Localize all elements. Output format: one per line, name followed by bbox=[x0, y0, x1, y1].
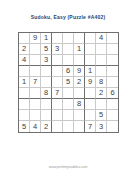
sudoku-cell-r9c5[interactable] bbox=[63, 121, 74, 132]
sudoku-cell-r1c9[interactable] bbox=[107, 33, 118, 44]
sudoku-cell-r5c2[interactable]: 7 bbox=[30, 77, 41, 88]
sudoku-cell-r2c8[interactable] bbox=[96, 44, 107, 55]
sudoku-cell-r1c2[interactable]: 9 bbox=[30, 33, 41, 44]
sudoku-cell-r8c7[interactable] bbox=[85, 110, 96, 121]
sudoku-cell-r3c9[interactable] bbox=[107, 55, 118, 66]
sudoku-cell-r1c1[interactable] bbox=[19, 33, 30, 44]
sudoku-cell-r3c3[interactable]: 3 bbox=[41, 55, 52, 66]
sudoku-cell-r7c4[interactable] bbox=[52, 99, 63, 110]
sudoku-cell-r1c5[interactable] bbox=[63, 33, 74, 44]
sudoku-cell-r4c4[interactable] bbox=[52, 66, 63, 77]
sudoku-cell-r3c5[interactable] bbox=[63, 55, 74, 66]
sudoku-cell-r4c1[interactable] bbox=[19, 66, 30, 77]
sudoku-cell-r7c7[interactable] bbox=[85, 99, 96, 110]
sudoku-cell-r7c9[interactable] bbox=[107, 99, 118, 110]
sudoku-cell-r2c6[interactable]: 1 bbox=[74, 44, 85, 55]
sudoku-cell-r2c9[interactable] bbox=[107, 44, 118, 55]
sudoku-cell-r2c5[interactable] bbox=[63, 44, 74, 55]
sudoku-cell-r1c7[interactable] bbox=[85, 33, 96, 44]
sudoku-cell-r1c8[interactable]: 4 bbox=[96, 33, 107, 44]
sudoku-cell-r7c8[interactable] bbox=[96, 99, 107, 110]
sudoku-cell-r4c3[interactable] bbox=[41, 66, 52, 77]
sudoku-cell-r8c6[interactable] bbox=[74, 110, 85, 121]
sudoku-cell-r1c3[interactable]: 1 bbox=[41, 33, 52, 44]
sudoku-cell-r6c7[interactable] bbox=[85, 88, 96, 99]
sudoku-cell-r3c6[interactable] bbox=[74, 55, 85, 66]
sudoku-cell-r3c4[interactable] bbox=[52, 55, 63, 66]
sudoku-cell-r4c2[interactable] bbox=[30, 66, 41, 77]
sudoku-cell-r9c7[interactable]: 7 bbox=[85, 121, 96, 132]
sudoku-cell-r5c8[interactable]: 8 bbox=[96, 77, 107, 88]
sudoku-cell-r8c1[interactable] bbox=[19, 110, 30, 121]
sudoku-cell-r8c8[interactable]: 5 bbox=[96, 110, 107, 121]
sudoku-cell-r7c3[interactable] bbox=[41, 99, 52, 110]
sudoku-cell-r7c5[interactable] bbox=[63, 99, 74, 110]
sudoku-cell-r9c9[interactable] bbox=[107, 121, 118, 132]
sudoku-cell-r7c6[interactable]: 8 bbox=[74, 99, 85, 110]
sudoku-cell-r5c4[interactable] bbox=[52, 77, 63, 88]
sudoku-cell-r5c6[interactable]: 2 bbox=[74, 77, 85, 88]
sudoku-cell-r5c3[interactable] bbox=[41, 77, 52, 88]
sudoku-cell-r7c2[interactable] bbox=[30, 99, 41, 110]
sudoku-cell-r9c1[interactable]: 5 bbox=[19, 121, 30, 132]
sudoku-cell-r2c4[interactable]: 3 bbox=[52, 44, 63, 55]
sudoku-cell-r4c6[interactable]: 9 bbox=[74, 66, 85, 77]
sudoku-sheet-page: Sudoku, Easy (Puzzle #A402) 914253143691… bbox=[0, 0, 136, 176]
sudoku-cell-r8c3[interactable] bbox=[41, 110, 52, 121]
sudoku-board: 91425314369117529887268554273 bbox=[18, 32, 119, 133]
sudoku-cell-r4c7[interactable]: 1 bbox=[85, 66, 96, 77]
sudoku-cell-r2c3[interactable]: 5 bbox=[41, 44, 52, 55]
sudoku-cell-r1c4[interactable] bbox=[52, 33, 63, 44]
sudoku-cell-r3c8[interactable] bbox=[96, 55, 107, 66]
sudoku-cell-r6c9[interactable]: 6 bbox=[107, 88, 118, 99]
sudoku-cell-r6c1[interactable] bbox=[19, 88, 30, 99]
sudoku-cell-r8c4[interactable] bbox=[52, 110, 63, 121]
sudoku-cell-r5c5[interactable]: 5 bbox=[63, 77, 74, 88]
sudoku-cell-r5c9[interactable] bbox=[107, 77, 118, 88]
footer-url: www.printmysudoku.com bbox=[0, 165, 136, 169]
sudoku-cell-r5c7[interactable]: 9 bbox=[85, 77, 96, 88]
sudoku-cell-r8c9[interactable] bbox=[107, 110, 118, 121]
sudoku-cell-r2c1[interactable]: 2 bbox=[19, 44, 30, 55]
sudoku-cell-r5c1[interactable]: 1 bbox=[19, 77, 30, 88]
sudoku-cell-r9c3[interactable]: 2 bbox=[41, 121, 52, 132]
sudoku-cell-r2c7[interactable] bbox=[85, 44, 96, 55]
sudoku-cell-r9c4[interactable] bbox=[52, 121, 63, 132]
sudoku-cell-r6c4[interactable]: 7 bbox=[52, 88, 63, 99]
sudoku-cell-r8c2[interactable] bbox=[30, 110, 41, 121]
sudoku-cell-r6c5[interactable] bbox=[63, 88, 74, 99]
sudoku-cell-r9c2[interactable]: 4 bbox=[30, 121, 41, 132]
sudoku-cell-r6c8[interactable]: 2 bbox=[96, 88, 107, 99]
sudoku-cell-r6c3[interactable]: 8 bbox=[41, 88, 52, 99]
sudoku-cell-r9c8[interactable]: 3 bbox=[96, 121, 107, 132]
sudoku-cell-r3c1[interactable]: 4 bbox=[19, 55, 30, 66]
sudoku-cell-r3c2[interactable] bbox=[30, 55, 41, 66]
puzzle-title: Sudoku, Easy (Puzzle #A402) bbox=[0, 14, 136, 20]
sudoku-cell-r2c2[interactable] bbox=[30, 44, 41, 55]
sudoku-cell-r6c6[interactable] bbox=[74, 88, 85, 99]
sudoku-cell-r3c7[interactable] bbox=[85, 55, 96, 66]
sudoku-cell-r1c6[interactable] bbox=[74, 33, 85, 44]
sudoku-cell-r4c8[interactable] bbox=[96, 66, 107, 77]
sudoku-cell-r4c5[interactable]: 6 bbox=[63, 66, 74, 77]
sudoku-cell-r9c6[interactable] bbox=[74, 121, 85, 132]
sudoku-cell-r8c5[interactable] bbox=[63, 110, 74, 121]
sudoku-cell-r4c9[interactable] bbox=[107, 66, 118, 77]
sudoku-cell-r7c1[interactable] bbox=[19, 99, 30, 110]
sudoku-cell-r6c2[interactable] bbox=[30, 88, 41, 99]
